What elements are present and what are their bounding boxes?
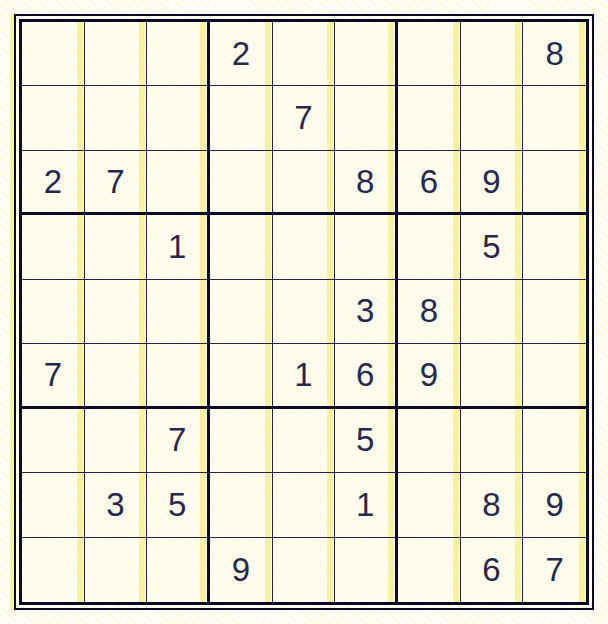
cell-r3c6-given[interactable]: 8 [335,151,398,215]
cell-r7c8[interactable] [461,409,524,473]
cell-r1c2[interactable] [85,22,148,86]
cell-r2c7[interactable] [398,86,461,150]
cell-r5c4[interactable] [210,280,273,344]
cell-r3c9[interactable] [523,151,586,215]
cell-r1c9-given[interactable]: 8 [523,22,586,86]
cell-r3c3[interactable] [147,151,210,215]
cell-r9c8-given[interactable]: 6 [461,538,524,602]
cell-r9c1[interactable] [22,538,85,602]
cell-r9c9-given[interactable]: 7 [523,538,586,602]
cell-r1c1[interactable] [22,22,85,86]
cell-r4c9[interactable] [523,215,586,279]
cell-r6c9[interactable] [523,344,586,408]
cell-r2c5-given[interactable]: 7 [273,86,336,150]
cell-r4c8-given[interactable]: 5 [461,215,524,279]
cell-r3c7-given[interactable]: 6 [398,151,461,215]
cell-r3c8-given[interactable]: 9 [461,151,524,215]
cell-r9c6[interactable] [335,538,398,602]
cell-r8c6-given[interactable]: 1 [335,473,398,537]
cell-r1c6[interactable] [335,22,398,86]
cell-r4c6[interactable] [335,215,398,279]
cell-r9c3[interactable] [147,538,210,602]
cell-r3c1-given[interactable]: 2 [22,151,85,215]
cell-r7c4[interactable] [210,409,273,473]
cell-r4c1[interactable] [22,215,85,279]
cell-r5c3[interactable] [147,280,210,344]
board-frame-inner: 28727869153871697535189967 [19,19,589,605]
cell-r1c7[interactable] [398,22,461,86]
cell-r8c3-given[interactable]: 5 [147,473,210,537]
cell-r9c7[interactable] [398,538,461,602]
cell-r7c3-given[interactable]: 7 [147,409,210,473]
cell-r8c1[interactable] [22,473,85,537]
cell-r3c2-given[interactable]: 7 [85,151,148,215]
cell-r6c8[interactable] [461,344,524,408]
cell-r8c9-given[interactable]: 9 [523,473,586,537]
cell-r1c3[interactable] [147,22,210,86]
cell-r6c2[interactable] [85,344,148,408]
cell-r6c6-given[interactable]: 6 [335,344,398,408]
cell-r7c5[interactable] [273,409,336,473]
cell-r5c6-given[interactable]: 3 [335,280,398,344]
cell-r5c8[interactable] [461,280,524,344]
cell-r8c8-given[interactable]: 8 [461,473,524,537]
cell-r8c5[interactable] [273,473,336,537]
board-frame-outer: 28727869153871697535189967 [14,14,594,610]
page-root: { "game": "sudoku", "grid_size": "9x9", … [0,0,608,624]
cell-r1c8[interactable] [461,22,524,86]
cell-r4c2[interactable] [85,215,148,279]
cell-r4c7[interactable] [398,215,461,279]
cell-r2c4[interactable] [210,86,273,150]
sudoku-board: 28727869153871697535189967 [22,22,586,602]
cell-r5c1[interactable] [22,280,85,344]
cell-r1c4-given[interactable]: 2 [210,22,273,86]
cell-r9c4-given[interactable]: 9 [210,538,273,602]
cell-r3c5[interactable] [273,151,336,215]
cell-r4c4[interactable] [210,215,273,279]
cell-r2c3[interactable] [147,86,210,150]
cell-r2c6[interactable] [335,86,398,150]
cell-r9c5[interactable] [273,538,336,602]
cell-r4c3-given[interactable]: 1 [147,215,210,279]
cell-r7c7[interactable] [398,409,461,473]
cell-r5c2[interactable] [85,280,148,344]
cell-r6c1-given[interactable]: 7 [22,344,85,408]
cell-r8c2-given[interactable]: 3 [85,473,148,537]
cell-r6c3[interactable] [147,344,210,408]
cell-r6c5-given[interactable]: 1 [273,344,336,408]
cell-r3c4[interactable] [210,151,273,215]
cell-r2c8[interactable] [461,86,524,150]
cell-r7c9[interactable] [523,409,586,473]
cell-r7c1[interactable] [22,409,85,473]
cell-r2c9[interactable] [523,86,586,150]
cell-r2c2[interactable] [85,86,148,150]
cell-r6c7-given[interactable]: 9 [398,344,461,408]
cell-r5c9[interactable] [523,280,586,344]
cell-r8c7[interactable] [398,473,461,537]
cell-r5c7-given[interactable]: 8 [398,280,461,344]
cell-r6c4[interactable] [210,344,273,408]
cell-r4c5[interactable] [273,215,336,279]
cell-r2c1[interactable] [22,86,85,150]
cell-r1c5[interactable] [273,22,336,86]
cell-r5c5[interactable] [273,280,336,344]
cell-r7c2[interactable] [85,409,148,473]
cell-r8c4[interactable] [210,473,273,537]
cell-r9c2[interactable] [85,538,148,602]
cell-r7c6-given[interactable]: 5 [335,409,398,473]
